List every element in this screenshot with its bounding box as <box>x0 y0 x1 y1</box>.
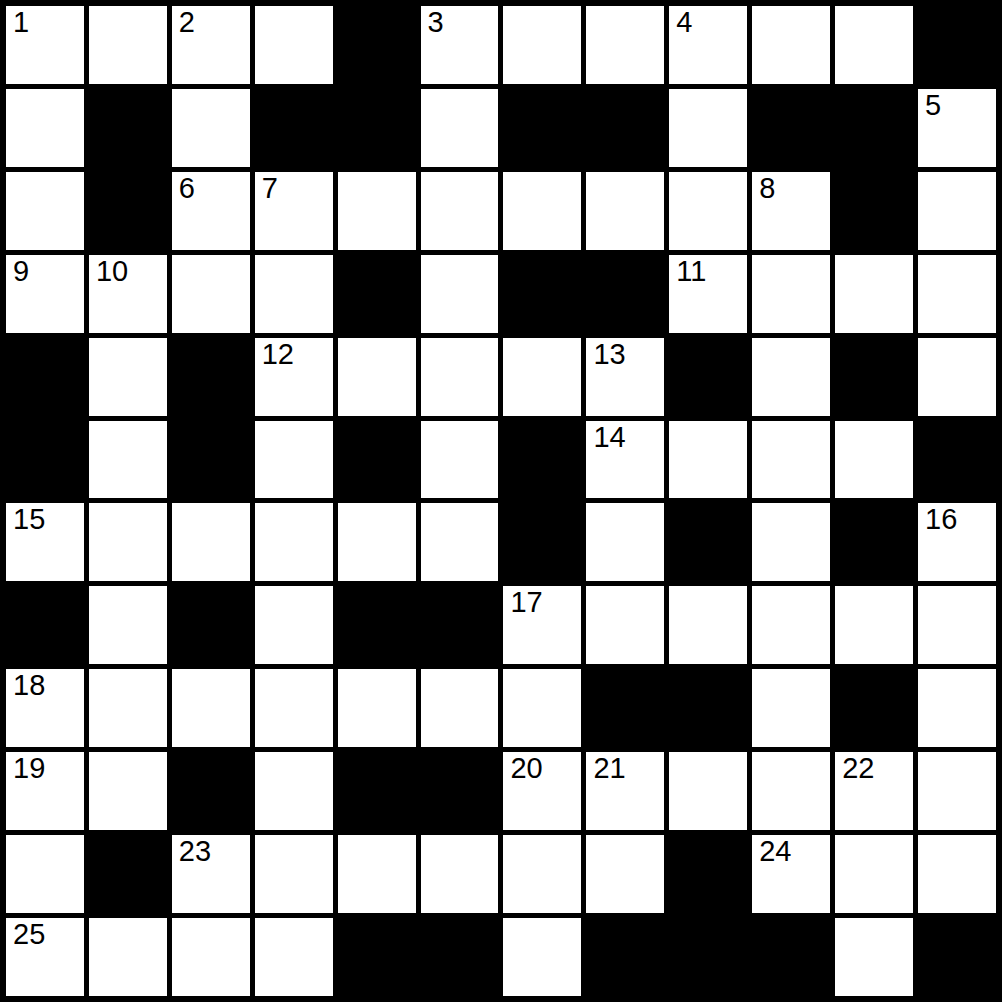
black-cell <box>421 752 499 830</box>
white-cell[interactable]: 2 <box>172 6 250 84</box>
white-cell[interactable] <box>918 255 996 333</box>
black-cell <box>835 669 913 747</box>
clue-number: 20 <box>510 753 542 785</box>
white-cell[interactable]: 7 <box>255 172 333 250</box>
black-cell <box>6 338 84 416</box>
black-cell <box>172 421 250 499</box>
black-cell <box>338 918 416 996</box>
white-cell[interactable] <box>586 503 664 581</box>
white-cell[interactable] <box>918 669 996 747</box>
white-cell[interactable]: 14 <box>586 421 664 499</box>
white-cell[interactable] <box>89 338 167 416</box>
white-cell[interactable]: 8 <box>752 172 830 250</box>
clue-number: 21 <box>593 753 625 785</box>
white-cell[interactable]: 1 <box>6 6 84 84</box>
white-cell[interactable]: 10 <box>89 255 167 333</box>
black-cell <box>835 503 913 581</box>
black-cell <box>835 338 913 416</box>
white-cell[interactable] <box>752 586 830 664</box>
white-cell[interactable]: 5 <box>918 89 996 167</box>
clue-number: 18 <box>13 670 45 702</box>
white-cell[interactable]: 21 <box>586 752 664 830</box>
white-cell[interactable] <box>503 918 581 996</box>
black-cell <box>338 421 416 499</box>
white-cell[interactable] <box>918 172 996 250</box>
black-cell <box>586 918 664 996</box>
black-cell <box>503 421 581 499</box>
white-cell[interactable] <box>918 752 996 830</box>
black-cell <box>503 503 581 581</box>
clue-number: 4 <box>676 7 692 39</box>
white-cell[interactable] <box>255 835 333 913</box>
white-cell[interactable] <box>421 503 499 581</box>
white-cell[interactable] <box>338 172 416 250</box>
white-cell[interactable] <box>503 835 581 913</box>
clue-number: 17 <box>510 587 542 619</box>
black-cell <box>421 918 499 996</box>
black-cell <box>918 6 996 84</box>
clue-number: 7 <box>262 173 278 205</box>
black-cell <box>172 586 250 664</box>
black-cell <box>586 669 664 747</box>
black-cell <box>669 918 747 996</box>
white-cell[interactable] <box>752 752 830 830</box>
white-cell[interactable] <box>918 338 996 416</box>
white-cell[interactable] <box>255 918 333 996</box>
clue-number: 9 <box>13 256 29 288</box>
white-cell[interactable] <box>255 586 333 664</box>
white-cell[interactable] <box>172 89 250 167</box>
black-cell <box>172 752 250 830</box>
white-cell[interactable]: 13 <box>586 338 664 416</box>
white-cell[interactable] <box>89 421 167 499</box>
clue-number: 12 <box>262 339 294 371</box>
white-cell[interactable] <box>338 669 416 747</box>
white-cell[interactable]: 20 <box>503 752 581 830</box>
white-cell[interactable] <box>6 172 84 250</box>
black-cell <box>338 89 416 167</box>
white-cell[interactable] <box>255 503 333 581</box>
clue-number: 25 <box>13 919 45 951</box>
clue-number: 6 <box>179 173 195 205</box>
clue-number: 3 <box>428 7 444 39</box>
white-cell[interactable]: 3 <box>421 6 499 84</box>
white-cell[interactable] <box>172 669 250 747</box>
white-cell[interactable] <box>421 172 499 250</box>
white-cell[interactable] <box>421 89 499 167</box>
black-cell <box>6 586 84 664</box>
white-cell[interactable] <box>752 503 830 581</box>
white-cell[interactable] <box>172 255 250 333</box>
white-cell[interactable] <box>338 338 416 416</box>
white-cell[interactable] <box>172 918 250 996</box>
white-cell[interactable] <box>752 669 830 747</box>
white-cell[interactable] <box>255 669 333 747</box>
white-cell[interactable] <box>89 503 167 581</box>
white-cell[interactable] <box>89 918 167 996</box>
clue-number: 19 <box>13 753 45 785</box>
white-cell[interactable] <box>338 835 416 913</box>
black-cell <box>338 752 416 830</box>
white-cell[interactable] <box>255 6 333 84</box>
white-cell[interactable]: 4 <box>669 6 747 84</box>
black-cell <box>918 918 996 996</box>
white-cell[interactable]: 24 <box>752 835 830 913</box>
white-cell[interactable] <box>669 752 747 830</box>
crossword-board: 1234567891011121314151617181920212223242… <box>0 0 1002 1002</box>
white-cell[interactable] <box>669 172 747 250</box>
black-cell <box>89 835 167 913</box>
white-cell[interactable] <box>752 6 830 84</box>
white-cell[interactable] <box>503 6 581 84</box>
white-cell[interactable] <box>835 6 913 84</box>
white-cell[interactable] <box>918 586 996 664</box>
clue-number: 23 <box>179 836 211 868</box>
black-cell <box>752 89 830 167</box>
clue-number: 16 <box>925 504 957 536</box>
black-cell <box>338 6 416 84</box>
white-cell[interactable] <box>835 918 913 996</box>
black-cell <box>172 338 250 416</box>
white-cell[interactable]: 16 <box>918 503 996 581</box>
white-cell[interactable] <box>835 586 913 664</box>
white-cell[interactable] <box>255 421 333 499</box>
black-cell <box>918 421 996 499</box>
black-cell <box>669 835 747 913</box>
black-cell <box>669 669 747 747</box>
black-cell <box>669 338 747 416</box>
white-cell[interactable] <box>752 338 830 416</box>
white-cell[interactable] <box>338 503 416 581</box>
clue-number: 24 <box>759 836 791 868</box>
clue-number: 14 <box>593 422 625 454</box>
white-cell[interactable] <box>835 421 913 499</box>
white-cell[interactable]: 23 <box>172 835 250 913</box>
white-cell[interactable] <box>586 586 664 664</box>
black-cell <box>6 421 84 499</box>
black-cell <box>255 89 333 167</box>
white-cell[interactable] <box>835 255 913 333</box>
white-cell[interactable] <box>6 89 84 167</box>
white-cell[interactable] <box>172 503 250 581</box>
white-cell[interactable] <box>503 338 581 416</box>
clue-number: 8 <box>759 173 775 205</box>
clue-number: 13 <box>593 339 625 371</box>
white-cell[interactable] <box>6 835 84 913</box>
white-cell[interactable] <box>752 421 830 499</box>
white-cell[interactable] <box>89 669 167 747</box>
white-cell[interactable] <box>586 835 664 913</box>
white-cell[interactable] <box>918 835 996 913</box>
white-cell[interactable] <box>669 421 747 499</box>
white-cell[interactable] <box>586 6 664 84</box>
black-cell <box>835 172 913 250</box>
white-cell[interactable] <box>89 6 167 84</box>
white-cell[interactable] <box>421 421 499 499</box>
white-cell[interactable]: 17 <box>503 586 581 664</box>
white-cell[interactable]: 22 <box>835 752 913 830</box>
white-cell[interactable]: 9 <box>6 255 84 333</box>
white-cell[interactable]: 15 <box>6 503 84 581</box>
white-cell[interactable] <box>752 255 830 333</box>
white-cell[interactable]: 12 <box>255 338 333 416</box>
clue-number: 5 <box>925 90 941 122</box>
white-cell[interactable] <box>835 835 913 913</box>
white-cell[interactable] <box>421 338 499 416</box>
white-cell[interactable] <box>89 752 167 830</box>
clue-number: 11 <box>676 256 706 288</box>
black-cell <box>503 89 581 167</box>
white-cell[interactable]: 25 <box>6 918 84 996</box>
clue-number: 2 <box>179 7 195 39</box>
black-cell <box>421 586 499 664</box>
white-cell[interactable] <box>503 172 581 250</box>
clue-number: 22 <box>842 753 874 785</box>
clue-number: 10 <box>96 256 128 288</box>
black-cell <box>586 89 664 167</box>
white-cell[interactable] <box>255 752 333 830</box>
white-cell[interactable] <box>89 586 167 664</box>
black-cell <box>338 255 416 333</box>
white-cell[interactable] <box>503 669 581 747</box>
black-cell <box>338 586 416 664</box>
black-cell <box>586 255 664 333</box>
white-cell[interactable] <box>421 835 499 913</box>
black-cell <box>89 172 167 250</box>
white-cell[interactable] <box>669 586 747 664</box>
white-cell[interactable]: 11 <box>669 255 747 333</box>
clue-number: 15 <box>13 504 45 536</box>
clue-number: 1 <box>13 7 29 39</box>
white-cell[interactable]: 18 <box>6 669 84 747</box>
white-cell[interactable]: 6 <box>172 172 250 250</box>
white-cell[interactable]: 19 <box>6 752 84 830</box>
black-cell <box>669 503 747 581</box>
black-cell <box>503 255 581 333</box>
black-cell <box>835 89 913 167</box>
black-cell <box>89 89 167 167</box>
white-cell[interactable] <box>421 255 499 333</box>
black-cell <box>752 918 830 996</box>
white-cell[interactable] <box>421 669 499 747</box>
white-cell[interactable] <box>586 172 664 250</box>
white-cell[interactable] <box>669 89 747 167</box>
white-cell[interactable] <box>255 255 333 333</box>
